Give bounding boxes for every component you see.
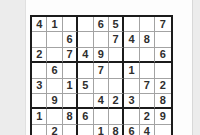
- cell-r2c4: [78, 32, 93, 47]
- cell-r8c6: 8: [109, 125, 124, 135]
- cell-r7c7: [124, 109, 139, 124]
- cell-r7c5: [94, 109, 109, 124]
- cell-r3c9: 6: [155, 48, 170, 63]
- cell-r8c9: [155, 125, 170, 135]
- cell-r6c3: [63, 94, 78, 109]
- cell-r8c2: 2: [47, 125, 62, 135]
- cell-r1c6: 5: [109, 17, 124, 32]
- image-canvas: 4165767482749667131572942381862921864: [0, 0, 200, 135]
- cell-r6c6: 2: [109, 94, 124, 109]
- cell-r1c9: 7: [155, 17, 170, 32]
- cell-r1c7: [124, 17, 139, 32]
- cell-r5c3: 1: [63, 79, 78, 94]
- cell-r6c8: [140, 94, 155, 109]
- cell-r4c2: 6: [47, 63, 62, 78]
- cell-r4c9: [155, 63, 170, 78]
- cell-r2c5: [94, 32, 109, 47]
- puzzle-page: 4165767482749667131572942381862921864: [25, 0, 193, 135]
- cell-r1c8: [140, 17, 155, 32]
- cell-r2c2: [47, 32, 62, 47]
- cell-r4c3: [63, 63, 78, 78]
- cell-r8c4: [78, 125, 93, 135]
- cell-r6c5: 4: [94, 94, 109, 109]
- cell-r7c4: 6: [78, 109, 93, 124]
- cell-r1c4: [78, 17, 93, 32]
- cell-r7c1: 1: [32, 109, 47, 124]
- cell-r6c1: [32, 94, 47, 109]
- cell-r3c3: 7: [63, 48, 78, 63]
- cell-r3c8: [140, 48, 155, 63]
- cell-r8c5: 1: [94, 125, 109, 135]
- cell-r7c3: 8: [63, 109, 78, 124]
- cell-r8c1: [32, 125, 47, 135]
- cell-r4c1: [32, 63, 47, 78]
- cell-r5c1: 3: [32, 79, 47, 94]
- cell-r2c9: [155, 32, 170, 47]
- cell-r5c6: [109, 79, 124, 94]
- cell-r1c1: 4: [32, 17, 47, 32]
- cell-r2c8: 8: [140, 32, 155, 47]
- cell-r2c7: 4: [124, 32, 139, 47]
- cell-r7c6: [109, 109, 124, 124]
- cell-r5c8: 7: [140, 79, 155, 94]
- cell-r4c6: [109, 63, 124, 78]
- cell-r6c4: [78, 94, 93, 109]
- sudoku-board: 4165767482749667131572942381862921864: [30, 15, 173, 135]
- cell-r4c8: [140, 63, 155, 78]
- cell-r7c9: 9: [155, 109, 170, 124]
- cell-r3c4: 4: [78, 48, 93, 63]
- cell-r1c2: 1: [47, 17, 62, 32]
- cell-r4c4: [78, 63, 93, 78]
- cell-r8c3: [63, 125, 78, 135]
- cell-r7c8: 2: [140, 109, 155, 124]
- cell-r5c5: [94, 79, 109, 94]
- cell-r5c7: [124, 79, 139, 94]
- cell-r5c4: 5: [78, 79, 93, 94]
- cell-r6c7: 3: [124, 94, 139, 109]
- cell-r2c3: 6: [63, 32, 78, 47]
- cell-r5c2: [47, 79, 62, 94]
- cell-r4c5: 7: [94, 63, 109, 78]
- cell-r8c8: 4: [140, 125, 155, 135]
- cell-r2c1: [32, 32, 47, 47]
- cell-r3c2: [47, 48, 62, 63]
- cell-r1c3: [63, 17, 78, 32]
- cell-r7c2: [47, 109, 62, 124]
- cell-r1c5: 6: [94, 17, 109, 32]
- cell-r8c7: 6: [124, 125, 139, 135]
- cell-r4c7: 1: [124, 63, 139, 78]
- cell-r3c7: [124, 48, 139, 63]
- cell-r2c6: 7: [109, 32, 124, 47]
- cell-r3c6: [109, 48, 124, 63]
- cell-r5c9: 2: [155, 79, 170, 94]
- cell-r3c1: 2: [32, 48, 47, 63]
- cell-r6c2: 9: [47, 94, 62, 109]
- cell-r3c5: 9: [94, 48, 109, 63]
- cell-r6c9: 8: [155, 94, 170, 109]
